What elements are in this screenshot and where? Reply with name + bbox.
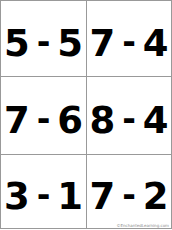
minuend-digit: 8: [89, 102, 115, 139]
subtrahend-digit: 4: [143, 102, 169, 139]
minuend-digit: 7: [89, 178, 115, 215]
minus-operator: -: [122, 178, 136, 211]
flashcard-4: 8 - 4: [87, 77, 171, 155]
flashcard-6: 7 - 2: [87, 155, 171, 228]
flashcard-2: 7 - 4: [87, 1, 171, 77]
flashcard-5: 3 - 1: [1, 155, 87, 228]
flashcard-1: 5 - 5: [1, 1, 87, 77]
subtrahend-digit: 5: [57, 25, 83, 62]
subtrahend-digit: 1: [57, 178, 83, 215]
minuend-digit: 7: [89, 25, 115, 62]
minuend-digit: 7: [4, 102, 30, 139]
flashcard-sheet: 5 - 5 7 - 4 7 - 6 8 - 4 3 - 1 7 - 2 ©Enc…: [0, 0, 172, 229]
minus-operator: -: [37, 178, 51, 211]
minus-operator: -: [37, 102, 51, 135]
minuend-digit: 5: [4, 25, 30, 62]
subtrahend-digit: 4: [143, 25, 169, 62]
minus-operator: -: [122, 102, 136, 135]
minus-operator: -: [122, 25, 136, 58]
minus-operator: -: [37, 25, 51, 58]
subtrahend-digit: 6: [57, 102, 83, 139]
flashcard-3: 7 - 6: [1, 77, 87, 155]
watermark-text: ©EnchantedLearning.com: [116, 223, 169, 228]
minuend-digit: 3: [4, 178, 30, 215]
subtrahend-digit: 2: [143, 178, 169, 215]
